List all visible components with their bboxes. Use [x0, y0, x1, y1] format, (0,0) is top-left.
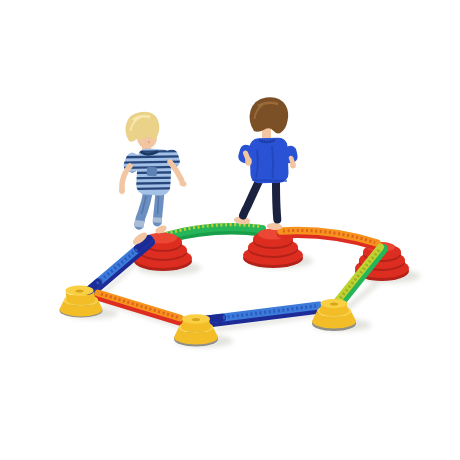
stone-dimple: [76, 290, 84, 293]
forearm-right: [291, 158, 293, 162]
head: [250, 97, 289, 133]
stripe: [120, 151, 184, 152]
stone-dimple: [192, 318, 200, 321]
jeans: [139, 191, 160, 227]
fold: [272, 146, 273, 178]
stripe: [120, 162, 184, 163]
product-photo-balance-course: [0, 0, 460, 460]
neck: [262, 129, 271, 139]
beam-navy-bottom: [207, 306, 320, 323]
hand-right: [290, 161, 296, 168]
hand-left: [245, 157, 252, 165]
head: [125, 112, 159, 149]
jeans-seam: [158, 196, 159, 214]
stripe: [120, 156, 184, 157]
forearm-left: [246, 153, 248, 158]
stripe: [120, 188, 184, 189]
beam-green-top: [166, 225, 262, 239]
stripe: [120, 178, 184, 179]
legging-right: [276, 181, 277, 220]
arm-front: [122, 166, 130, 187]
stone-dimple: [330, 303, 338, 306]
fold: [252, 180, 287, 181]
leggings: [243, 181, 277, 220]
hand-left: [119, 186, 125, 194]
child-blond-toddler: [119, 112, 188, 247]
child-brown-hair-boy: [233, 97, 298, 230]
tee-pocket: [147, 167, 157, 177]
legging-left: [243, 181, 259, 216]
stripe: [120, 183, 184, 184]
tee-body: [249, 137, 289, 183]
jeans-cuff: [139, 221, 140, 228]
balance-course-scene: [0, 0, 460, 460]
